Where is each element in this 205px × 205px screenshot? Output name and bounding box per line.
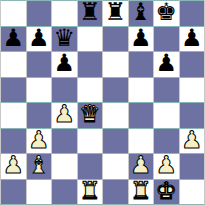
square-c8[interactable] — [51, 0, 77, 26]
square-b7[interactable]: ♟ — [26, 26, 52, 52]
white-pawn-piece[interactable]: ♟ — [155, 153, 177, 177]
square-e2[interactable] — [102, 153, 128, 179]
white-queen-piece[interactable]: ♛ — [79, 102, 101, 126]
square-b4[interactable] — [26, 102, 52, 128]
black-pawn-piece[interactable]: ♟ — [28, 26, 50, 50]
square-c4[interactable]: ♟ — [51, 102, 77, 128]
square-a3[interactable] — [0, 128, 26, 154]
square-h7[interactable]: ♟ — [179, 26, 205, 52]
white-pawn-piece[interactable]: ♟ — [28, 128, 50, 152]
black-queen-piece[interactable]: ♛ — [53, 26, 75, 50]
square-f4[interactable] — [128, 102, 154, 128]
square-h2[interactable] — [179, 153, 205, 179]
black-pawn-piece[interactable]: ♟ — [130, 26, 152, 50]
square-h5[interactable] — [179, 77, 205, 103]
square-b1[interactable] — [26, 179, 52, 205]
chess-board: ♜♜♝♚♟♟♛♟♟♟♟♟♛♟♟♟♝♟♟♜♜♚ — [0, 0, 205, 205]
black-rook-piece[interactable]: ♜ — [104, 0, 126, 24]
square-d5[interactable] — [77, 77, 103, 103]
square-g4[interactable] — [153, 102, 179, 128]
square-f2[interactable]: ♟ — [128, 153, 154, 179]
square-h8[interactable] — [179, 0, 205, 26]
square-e8[interactable]: ♜ — [102, 0, 128, 26]
square-f8[interactable]: ♝ — [128, 0, 154, 26]
square-f6[interactable] — [128, 51, 154, 77]
square-g2[interactable]: ♟ — [153, 153, 179, 179]
black-rook-piece[interactable]: ♜ — [79, 0, 101, 24]
square-g3[interactable] — [153, 128, 179, 154]
square-d7[interactable] — [77, 26, 103, 52]
square-f7[interactable]: ♟ — [128, 26, 154, 52]
white-king-piece[interactable]: ♚ — [155, 179, 177, 203]
square-c7[interactable]: ♛ — [51, 26, 77, 52]
square-b5[interactable] — [26, 77, 52, 103]
square-a1[interactable] — [0, 179, 26, 205]
black-pawn-piece[interactable]: ♟ — [155, 51, 177, 75]
square-c2[interactable] — [51, 153, 77, 179]
square-h4[interactable] — [179, 102, 205, 128]
square-e3[interactable] — [102, 128, 128, 154]
square-c6[interactable]: ♟ — [51, 51, 77, 77]
square-h6[interactable] — [179, 51, 205, 77]
white-rook-piece[interactable]: ♜ — [79, 179, 101, 203]
square-g6[interactable]: ♟ — [153, 51, 179, 77]
square-f5[interactable] — [128, 77, 154, 103]
white-rook-piece[interactable]: ♜ — [130, 179, 152, 203]
square-e1[interactable] — [102, 179, 128, 205]
square-d3[interactable] — [77, 128, 103, 154]
square-e4[interactable] — [102, 102, 128, 128]
square-g8[interactable]: ♚ — [153, 0, 179, 26]
white-pawn-piece[interactable]: ♟ — [2, 153, 24, 177]
white-pawn-piece[interactable]: ♟ — [53, 102, 75, 126]
square-e6[interactable] — [102, 51, 128, 77]
square-e5[interactable] — [102, 77, 128, 103]
square-g5[interactable] — [153, 77, 179, 103]
square-b6[interactable] — [26, 51, 52, 77]
square-a5[interactable] — [0, 77, 26, 103]
black-pawn-piece[interactable]: ♟ — [181, 26, 203, 50]
square-d8[interactable]: ♜ — [77, 0, 103, 26]
square-d2[interactable] — [77, 153, 103, 179]
square-b2[interactable]: ♝ — [26, 153, 52, 179]
square-h1[interactable] — [179, 179, 205, 205]
square-g1[interactable]: ♚ — [153, 179, 179, 205]
square-a7[interactable]: ♟ — [0, 26, 26, 52]
white-bishop-piece[interactable]: ♝ — [28, 153, 50, 177]
black-pawn-piece[interactable]: ♟ — [53, 51, 75, 75]
black-pawn-piece[interactable]: ♟ — [2, 26, 24, 50]
square-g7[interactable] — [153, 26, 179, 52]
square-a6[interactable] — [0, 51, 26, 77]
black-bishop-piece[interactable]: ♝ — [130, 0, 152, 24]
square-e7[interactable] — [102, 26, 128, 52]
square-b8[interactable] — [26, 0, 52, 26]
square-f3[interactable] — [128, 128, 154, 154]
square-c5[interactable] — [51, 77, 77, 103]
square-a4[interactable] — [0, 102, 26, 128]
square-d4[interactable]: ♛ — [77, 102, 103, 128]
square-d1[interactable]: ♜ — [77, 179, 103, 205]
white-pawn-piece[interactable]: ♟ — [130, 153, 152, 177]
square-c1[interactable] — [51, 179, 77, 205]
square-f1[interactable]: ♜ — [128, 179, 154, 205]
white-pawn-piece[interactable]: ♟ — [181, 128, 203, 152]
square-d6[interactable] — [77, 51, 103, 77]
square-a8[interactable] — [0, 0, 26, 26]
square-b3[interactable]: ♟ — [26, 128, 52, 154]
square-h3[interactable]: ♟ — [179, 128, 205, 154]
black-king-piece[interactable]: ♚ — [155, 0, 177, 24]
square-a2[interactable]: ♟ — [0, 153, 26, 179]
square-c3[interactable] — [51, 128, 77, 154]
